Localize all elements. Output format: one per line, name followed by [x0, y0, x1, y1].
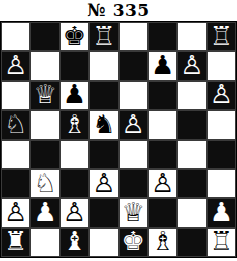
square-e4 — [119, 140, 148, 169]
square-e3 — [119, 169, 148, 198]
square-h1: ♖ — [207, 228, 236, 257]
square-d6 — [89, 81, 118, 110]
square-d1 — [89, 228, 118, 257]
square-g3 — [177, 169, 206, 198]
piece-wP: ♙ — [92, 170, 115, 196]
square-h7 — [207, 51, 236, 80]
square-b1 — [30, 228, 59, 257]
square-c6: ♟ — [60, 81, 89, 110]
square-h6: ♙ — [207, 81, 236, 110]
piece-bR: ♖ — [92, 23, 115, 49]
square-f8 — [148, 22, 177, 51]
piece-bR: ♖ — [210, 23, 233, 49]
piece-wP: ♟ — [210, 199, 233, 225]
square-g1 — [177, 228, 206, 257]
square-f2 — [148, 198, 177, 227]
piece-wR: ♖ — [210, 228, 233, 254]
square-g8 — [177, 22, 206, 51]
square-a8 — [1, 22, 30, 51]
square-a1: ♜ — [1, 228, 30, 257]
piece-wP: ♟ — [33, 199, 56, 225]
square-c5: ♗ — [60, 110, 89, 139]
piece-bN: ♘ — [4, 111, 27, 137]
piece-bP: ♟ — [63, 81, 86, 107]
square-d7 — [89, 51, 118, 80]
square-g5 — [177, 110, 206, 139]
square-f6 — [148, 81, 177, 110]
piece-wB: ♗ — [151, 228, 174, 254]
square-a5: ♘ — [1, 110, 30, 139]
diagram-page: № 335 ♚♖♖♙♟♙♕♟♙♘♗♞♙♘♙♙♙♟♙♕♟♜♝♚♗♖ — [0, 0, 237, 261]
piece-wR: ♜ — [4, 228, 27, 254]
puzzle-number-title: № 335 — [0, 0, 237, 21]
piece-bP: ♙ — [180, 52, 203, 78]
square-g2 — [177, 198, 206, 227]
square-b5 — [30, 110, 59, 139]
square-a7: ♙ — [1, 51, 30, 80]
square-e6 — [119, 81, 148, 110]
square-h4 — [207, 140, 236, 169]
square-b2: ♟ — [30, 198, 59, 227]
square-f3: ♙ — [148, 169, 177, 198]
piece-bQ: ♕ — [33, 81, 56, 107]
square-g4 — [177, 140, 206, 169]
piece-wQ: ♕ — [122, 199, 145, 225]
piece-bK: ♚ — [63, 23, 86, 49]
piece-wB: ♝ — [63, 228, 86, 254]
square-h5 — [207, 110, 236, 139]
piece-bP: ♙ — [210, 81, 233, 107]
square-f5 — [148, 110, 177, 139]
square-e7 — [119, 51, 148, 80]
square-b6: ♕ — [30, 81, 59, 110]
square-h2: ♟ — [207, 198, 236, 227]
piece-bP: ♟ — [151, 52, 174, 78]
square-e5: ♙ — [119, 110, 148, 139]
square-a3 — [1, 169, 30, 198]
square-c7 — [60, 51, 89, 80]
square-e1: ♚ — [119, 228, 148, 257]
piece-wN: ♘ — [33, 170, 56, 196]
square-b4 — [30, 140, 59, 169]
piece-wP: ♙ — [4, 199, 27, 225]
square-c4 — [60, 140, 89, 169]
square-d4 — [89, 140, 118, 169]
square-a6 — [1, 81, 30, 110]
square-d5: ♞ — [89, 110, 118, 139]
square-e8 — [119, 22, 148, 51]
piece-wP: ♙ — [63, 199, 86, 225]
piece-wK: ♚ — [122, 228, 145, 254]
square-e2: ♕ — [119, 198, 148, 227]
square-f7: ♟ — [148, 51, 177, 80]
square-h8: ♖ — [207, 22, 236, 51]
square-b7 — [30, 51, 59, 80]
square-g6 — [177, 81, 206, 110]
chess-board: ♚♖♖♙♟♙♕♟♙♘♗♞♙♘♙♙♙♟♙♕♟♜♝♚♗♖ — [0, 21, 237, 258]
piece-bP: ♙ — [122, 111, 145, 137]
square-c1: ♝ — [60, 228, 89, 257]
square-h3 — [207, 169, 236, 198]
square-d2 — [89, 198, 118, 227]
square-g7: ♙ — [177, 51, 206, 80]
square-a2: ♙ — [1, 198, 30, 227]
square-d3: ♙ — [89, 169, 118, 198]
square-b8 — [30, 22, 59, 51]
piece-bB: ♗ — [63, 111, 86, 137]
piece-wP: ♙ — [151, 170, 174, 196]
square-c2: ♙ — [60, 198, 89, 227]
piece-bP: ♙ — [4, 52, 27, 78]
square-c8: ♚ — [60, 22, 89, 51]
square-f4 — [148, 140, 177, 169]
square-f1: ♗ — [148, 228, 177, 257]
square-c3 — [60, 169, 89, 198]
square-d8: ♖ — [89, 22, 118, 51]
square-b3: ♘ — [30, 169, 59, 198]
piece-bN: ♞ — [92, 111, 115, 137]
square-a4 — [1, 140, 30, 169]
